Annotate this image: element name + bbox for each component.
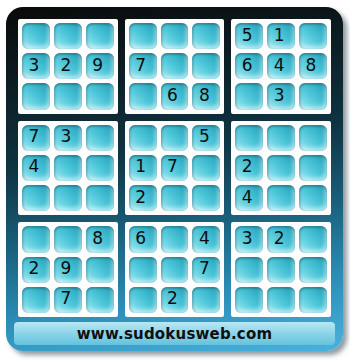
cell-r2c4[interactable]: 7 — [129, 53, 157, 79]
cell-r8c1[interactable]: 2 — [22, 257, 50, 283]
cell-r1c1[interactable] — [22, 23, 50, 49]
cell-r6c1[interactable] — [22, 185, 50, 211]
cell-r3c2[interactable] — [54, 83, 82, 109]
cell-r1c9[interactable] — [299, 23, 327, 49]
board-frame: 3297685164837345172248297647232 www.sudo… — [6, 7, 343, 351]
cell-r3c8[interactable]: 3 — [267, 83, 295, 109]
cell-r2c2[interactable]: 2 — [54, 53, 82, 79]
cell-r8c9[interactable] — [299, 257, 327, 283]
given-digit: 2 — [167, 290, 178, 307]
cell-r3c6[interactable]: 8 — [192, 83, 220, 109]
given-digit: 5 — [242, 27, 253, 44]
cell-r3c4[interactable] — [129, 83, 157, 109]
cell-r4c7[interactable] — [235, 125, 263, 151]
cell-r4c4[interactable] — [129, 125, 157, 151]
cell-r1c6[interactable] — [192, 23, 220, 49]
cell-r9c2[interactable]: 7 — [54, 287, 82, 313]
given-digit: 8 — [306, 57, 317, 74]
given-digit: 4 — [29, 158, 40, 175]
cell-r4c6[interactable]: 5 — [192, 125, 220, 151]
given-digit: 3 — [242, 230, 253, 247]
given-digit: 7 — [167, 158, 178, 175]
given-digit: 6 — [135, 230, 146, 247]
sudoku-board: 3297685164837345172248297647232 — [18, 19, 331, 317]
cell-r8c7[interactable] — [235, 257, 263, 283]
given-digit: 9 — [60, 260, 71, 277]
block-1: 329 — [18, 19, 118, 114]
block-5: 5172 — [125, 121, 225, 216]
cell-r6c3[interactable] — [86, 185, 114, 211]
cell-r7c9[interactable] — [299, 226, 327, 252]
given-digit: 8 — [92, 230, 103, 247]
cell-r3c7[interactable] — [235, 83, 263, 109]
block-9: 32 — [231, 222, 331, 317]
cell-r5c1[interactable]: 4 — [22, 155, 50, 181]
cell-r7c4[interactable]: 6 — [129, 226, 157, 252]
cell-r6c6[interactable] — [192, 185, 220, 211]
cell-r6c5[interactable] — [161, 185, 189, 211]
cell-r8c5[interactable] — [161, 257, 189, 283]
cell-r1c8[interactable]: 1 — [267, 23, 295, 49]
block-6: 24 — [231, 121, 331, 216]
cell-r9c7[interactable] — [235, 287, 263, 313]
cell-r2c6[interactable] — [192, 53, 220, 79]
cell-r4c2[interactable]: 3 — [54, 125, 82, 151]
cell-r2c7[interactable]: 6 — [235, 53, 263, 79]
block-4: 734 — [18, 121, 118, 216]
cell-r3c1[interactable] — [22, 83, 50, 109]
cell-r9c6[interactable] — [192, 287, 220, 313]
cell-r9c1[interactable] — [22, 287, 50, 313]
cell-r7c1[interactable] — [22, 226, 50, 252]
cell-r6c9[interactable] — [299, 185, 327, 211]
cell-r8c2[interactable]: 9 — [54, 257, 82, 283]
cell-r1c2[interactable] — [54, 23, 82, 49]
given-digit: 1 — [274, 27, 285, 44]
cell-r1c5[interactable] — [161, 23, 189, 49]
given-digit: 5 — [199, 128, 210, 145]
given-digit: 3 — [60, 128, 71, 145]
cell-r9c4[interactable] — [129, 287, 157, 313]
cell-r9c5[interactable]: 2 — [161, 287, 189, 313]
cell-r3c9[interactable] — [299, 83, 327, 109]
given-digit: 7 — [135, 57, 146, 74]
cell-r9c8[interactable] — [267, 287, 295, 313]
cell-r2c9[interactable]: 8 — [299, 53, 327, 79]
cell-r7c6[interactable]: 4 — [192, 226, 220, 252]
given-digit: 3 — [274, 87, 285, 104]
given-digit: 4 — [242, 189, 253, 206]
cell-r4c3[interactable] — [86, 125, 114, 151]
given-digit: 2 — [135, 189, 146, 206]
cell-r8c8[interactable] — [267, 257, 295, 283]
given-digit: 3 — [29, 57, 40, 74]
footer-band: www.sudokusweb.com — [14, 322, 335, 345]
cell-r5c2[interactable] — [54, 155, 82, 181]
cell-r5c9[interactable] — [299, 155, 327, 181]
cell-r4c1[interactable]: 7 — [22, 125, 50, 151]
given-digit: 2 — [60, 57, 71, 74]
cell-r5c5[interactable]: 7 — [161, 155, 189, 181]
cell-r5c6[interactable] — [192, 155, 220, 181]
cell-r4c8[interactable] — [267, 125, 295, 151]
cell-r9c3[interactable] — [86, 287, 114, 313]
given-digit: 7 — [60, 290, 71, 307]
cell-r5c7[interactable]: 2 — [235, 155, 263, 181]
given-digit: 7 — [29, 128, 40, 145]
cell-r6c7[interactable]: 4 — [235, 185, 263, 211]
cell-r2c5[interactable] — [161, 53, 189, 79]
cell-r1c3[interactable] — [86, 23, 114, 49]
cell-r2c1[interactable]: 3 — [22, 53, 50, 79]
block-8: 6472 — [125, 222, 225, 317]
cell-r7c7[interactable]: 3 — [235, 226, 263, 252]
given-digit: 2 — [274, 230, 285, 247]
given-digit: 4 — [274, 57, 285, 74]
block-7: 8297 — [18, 222, 118, 317]
cell-r3c3[interactable] — [86, 83, 114, 109]
cell-r7c2[interactable] — [54, 226, 82, 252]
cell-r5c3[interactable] — [86, 155, 114, 181]
cell-r8c6[interactable]: 7 — [192, 257, 220, 283]
given-digit: 6 — [242, 57, 253, 74]
given-digit: 8 — [199, 87, 210, 104]
cell-r1c4[interactable] — [129, 23, 157, 49]
cell-r6c4[interactable]: 2 — [129, 185, 157, 211]
cell-r5c4[interactable]: 1 — [129, 155, 157, 181]
block-3: 516483 — [231, 19, 331, 114]
cell-r8c4[interactable] — [129, 257, 157, 283]
cell-r7c8[interactable]: 2 — [267, 226, 295, 252]
cell-r4c9[interactable] — [299, 125, 327, 151]
given-digit: 6 — [167, 87, 178, 104]
site-url-label: www.sudokusweb.com — [77, 325, 272, 343]
given-digit: 4 — [199, 230, 210, 247]
given-digit: 7 — [199, 260, 210, 277]
cell-r2c3[interactable]: 9 — [86, 53, 114, 79]
block-2: 768 — [125, 19, 225, 114]
sudoku-page: 3297685164837345172248297647232 www.sudo… — [0, 0, 350, 360]
given-digit: 2 — [242, 158, 253, 175]
cell-r7c5[interactable] — [161, 226, 189, 252]
cell-r1c7[interactable]: 5 — [235, 23, 263, 49]
given-digit: 2 — [29, 260, 40, 277]
cell-r9c9[interactable] — [299, 287, 327, 313]
cell-r7c3[interactable]: 8 — [86, 226, 114, 252]
cell-r3c5[interactable]: 6 — [161, 83, 189, 109]
cell-r6c8[interactable] — [267, 185, 295, 211]
cell-r4c5[interactable] — [161, 125, 189, 151]
cell-r5c8[interactable] — [267, 155, 295, 181]
cell-r8c3[interactable] — [86, 257, 114, 283]
given-digit: 9 — [92, 57, 103, 74]
cell-r6c2[interactable] — [54, 185, 82, 211]
cell-r2c8[interactable]: 4 — [267, 53, 295, 79]
given-digit: 1 — [135, 158, 146, 175]
